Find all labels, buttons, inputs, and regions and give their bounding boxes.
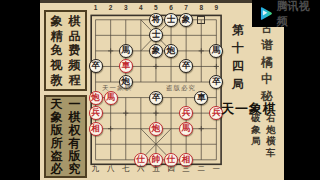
black-piece[interactable]: 士: [148, 28, 163, 44]
file-label: 2: [103, 4, 118, 11]
file-label: 1: [88, 4, 103, 11]
panel-text-row: 版权: [51, 124, 81, 136]
panel-text-row: 精品: [51, 30, 81, 42]
video-frame: 象棋精品免费视频教程 天一象棋版权所有盗版必究 123456789 将士象士馬象…: [0, 0, 320, 180]
file-label: 4: [133, 4, 148, 11]
file-label: 一: [209, 164, 224, 174]
black-piece[interactable]: 馬: [209, 43, 224, 59]
series-title-vertical: 古谱橘中秘: [261, 22, 273, 102]
black-piece[interactable]: 象: [148, 43, 163, 59]
file-label: 九: [88, 164, 103, 174]
file-label: 7: [179, 4, 194, 11]
logo-text: 腾讯视频: [277, 0, 320, 29]
game-number-vertical: 第十四局: [232, 24, 244, 90]
file-label: 5: [148, 4, 163, 11]
black-piece[interactable]: 卒: [148, 90, 163, 106]
file-labels-bottom: 九八七六五四三二一: [88, 164, 224, 174]
file-label: 五: [148, 164, 163, 174]
red-piece[interactable]: 相: [88, 121, 103, 137]
left-panel-course: 象棋精品免费视频教程: [44, 10, 87, 91]
panel-text-row: 所有: [51, 137, 81, 149]
red-piece[interactable]: 炮: [148, 121, 163, 137]
black-piece[interactable]: 象: [179, 12, 194, 28]
last-move-marker: [194, 12, 209, 28]
file-labels-top: 123456789: [88, 4, 224, 11]
red-piece[interactable]: 車: [118, 59, 133, 75]
file-label: 八: [103, 164, 118, 174]
red-piece[interactable]: 炮: [88, 90, 103, 106]
red-piece[interactable]: 馬: [179, 121, 194, 137]
panel-text-row: 必究: [51, 163, 81, 175]
file-label: 二: [194, 164, 209, 174]
file-label: 七: [118, 164, 133, 174]
file-label: 四: [163, 164, 178, 174]
panel-text-row: 教程: [51, 74, 81, 86]
opening-title-outer: 右炮横车: [266, 113, 276, 157]
panel-text-row: 免费: [51, 44, 81, 56]
black-piece[interactable]: 将: [148, 12, 163, 28]
panel-text-row: 视频: [51, 59, 81, 71]
black-piece[interactable]: 士: [163, 12, 178, 28]
black-piece[interactable]: 卒: [179, 59, 194, 75]
file-label: 六: [133, 164, 148, 174]
red-piece[interactable]: 兵: [88, 105, 103, 121]
file-label: 6: [163, 4, 178, 11]
file-label: 8: [194, 4, 209, 11]
river-watermark-left: 天一象棋: [102, 84, 132, 93]
top-shade: [40, 0, 284, 3]
file-label: 三: [179, 164, 194, 174]
file-label: 3: [118, 4, 133, 11]
left-panel-copyright: 天一象棋版权所有盗版必究: [44, 95, 87, 178]
panel-text-row: 盗版: [51, 150, 81, 162]
black-piece[interactable]: 炮: [163, 43, 178, 59]
panel-text-row: 象棋: [51, 15, 81, 27]
black-piece[interactable]: 卒: [209, 74, 224, 90]
play-icon: [257, 5, 275, 23]
tencent-video-watermark: 腾讯视频: [252, 0, 320, 27]
panel-text-row: 象棋: [51, 111, 81, 123]
file-label: 9: [209, 4, 224, 11]
red-piece[interactable]: 兵: [179, 105, 194, 121]
river-watermark-right: 盗版必究: [166, 84, 196, 93]
black-piece[interactable]: 馬: [118, 43, 133, 59]
xiangqi-board: 将士象士馬象炮馬卒車卒炮卒炮馬卒車兵兵兵相炮馬仕帥仕相 天一象棋 盗版必究: [88, 12, 224, 168]
content-area: 象棋精品免费视频教程 天一象棋版权所有盗版必究 123456789 将士象士馬象…: [40, 0, 284, 180]
black-piece[interactable]: 卒: [88, 59, 103, 75]
panel-text-row: 天一: [51, 98, 81, 110]
opening-title-inner-col: 破象局: [251, 113, 261, 146]
